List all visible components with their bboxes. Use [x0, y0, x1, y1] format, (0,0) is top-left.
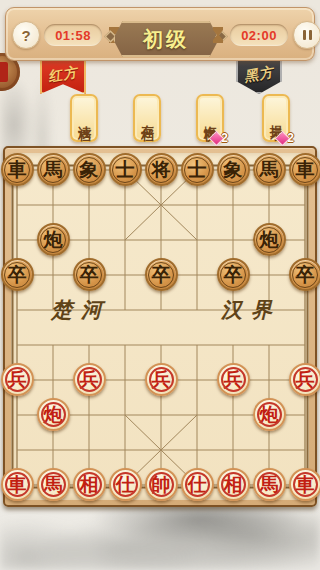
board-point-g0[interactable]: 相	[215, 467, 251, 502]
board-point-e8[interactable]	[143, 187, 179, 222]
black-piece-c[interactable]: 炮	[37, 223, 70, 256]
black-side-label: 黑方	[243, 64, 276, 87]
help-button[interactable]: ?	[12, 21, 40, 49]
board-point-b6[interactable]	[35, 257, 71, 292]
red-piece-n[interactable]: 馬	[37, 468, 70, 501]
board-point-d2[interactable]	[107, 397, 143, 432]
board-point-e0[interactable]: 帥	[143, 467, 179, 502]
board-point-a1[interactable]	[0, 432, 35, 467]
board-point-g2[interactable]	[215, 397, 251, 432]
board-point-i6[interactable]: 卒	[287, 257, 320, 292]
board-point-h6[interactable]	[251, 257, 287, 292]
board-point-c9[interactable]: 象	[71, 152, 107, 187]
red-piece-p[interactable]: 兵	[145, 363, 178, 396]
toolbar-button-4[interactable]: 提示2	[262, 94, 290, 142]
red-timer: 01:58	[44, 24, 102, 46]
board-point-a4[interactable]	[0, 327, 35, 362]
pause-icon	[303, 30, 306, 40]
board-point-g1[interactable]	[215, 432, 251, 467]
black-piece-p[interactable]: 卒	[217, 258, 250, 291]
board-point-f8[interactable]	[179, 187, 215, 222]
black-piece-p[interactable]: 卒	[145, 258, 178, 291]
difficulty-label: 初级	[143, 26, 189, 53]
board-point-f5[interactable]	[179, 292, 215, 327]
board-point-e4[interactable]	[143, 327, 179, 362]
board-point-d7[interactable]	[107, 222, 143, 257]
board-point-b5[interactable]	[35, 292, 71, 327]
board-point-b3[interactable]	[35, 362, 71, 397]
board-point-c1[interactable]	[71, 432, 107, 467]
board-point-a9[interactable]: 車	[0, 152, 35, 187]
board-point-e2[interactable]	[143, 397, 179, 432]
board-point-c6[interactable]: 卒	[71, 257, 107, 292]
board-point-c7[interactable]	[71, 222, 107, 257]
black-piece-b[interactable]: 象	[73, 153, 106, 186]
board-point-h0[interactable]: 馬	[251, 467, 287, 502]
board-point-e6[interactable]: 卒	[143, 257, 179, 292]
black-piece-a[interactable]: 士	[109, 153, 142, 186]
black-piece-p[interactable]: 卒	[289, 258, 320, 291]
red-piece-a[interactable]: 仕	[181, 468, 214, 501]
black-piece-r[interactable]: 車	[1, 153, 34, 186]
board-point-a2[interactable]	[0, 397, 35, 432]
board-point-h2[interactable]: 炮	[251, 397, 287, 432]
remaining-count-badge: 2	[277, 131, 294, 145]
board-point-c8[interactable]	[71, 187, 107, 222]
red-piece-k[interactable]: 帥	[145, 468, 178, 501]
board-point-f9[interactable]: 士	[179, 152, 215, 187]
red-piece-c[interactable]: 炮	[37, 398, 70, 431]
board-point-g9[interactable]: 象	[215, 152, 251, 187]
board-point-d1[interactable]	[107, 432, 143, 467]
board-point-i4[interactable]	[287, 327, 320, 362]
board-point-f3[interactable]	[179, 362, 215, 397]
board-point-e3[interactable]: 兵	[143, 362, 179, 397]
board-point-h1[interactable]	[251, 432, 287, 467]
board-point-g3[interactable]: 兵	[215, 362, 251, 397]
board-point-a6[interactable]: 卒	[0, 257, 35, 292]
board-point-a5[interactable]	[0, 292, 35, 327]
black-piece-p[interactable]: 卒	[1, 258, 34, 291]
board-point-b1[interactable]	[35, 432, 71, 467]
board-point-i9[interactable]: 車	[287, 152, 320, 187]
board-point-h9[interactable]: 馬	[251, 152, 287, 187]
board-point-e9[interactable]: 将	[143, 152, 179, 187]
hourglass-icon	[211, 26, 225, 44]
red-piece-r[interactable]: 車	[1, 468, 34, 501]
red-piece-c[interactable]: 炮	[253, 398, 286, 431]
board-point-g8[interactable]	[215, 187, 251, 222]
black-piece-b[interactable]: 象	[217, 153, 250, 186]
board-point-f0[interactable]: 仕	[179, 467, 215, 502]
board-point-c0[interactable]: 相	[71, 467, 107, 502]
black-piece-a[interactable]: 士	[181, 153, 214, 186]
red-piece-n[interactable]: 馬	[253, 468, 286, 501]
black-piece-k[interactable]: 将	[145, 153, 178, 186]
board-point-d3[interactable]	[107, 362, 143, 397]
board-point-e1[interactable]	[143, 432, 179, 467]
ink-wash-decoration-bottom	[0, 498, 320, 570]
board-point-h3[interactable]	[251, 362, 287, 397]
toolbar-button-label: 读档	[75, 115, 93, 121]
difficulty-plaque: 初级	[113, 21, 219, 57]
red-piece-p[interactable]: 兵	[73, 363, 106, 396]
question-icon: ?	[21, 27, 30, 44]
top-bar: ? 01:58 初级 02:00	[5, 7, 315, 61]
red-piece-r[interactable]: 車	[289, 468, 320, 501]
board-point-h5[interactable]	[251, 292, 287, 327]
board-point-b2[interactable]: 炮	[35, 397, 71, 432]
board-point-a3[interactable]: 兵	[0, 362, 35, 397]
toolbar: 读档存档悔棋2提示2	[0, 94, 320, 142]
board-point-a0[interactable]: 車	[0, 467, 35, 502]
board-point-b7[interactable]: 炮	[35, 222, 71, 257]
black-piece-n[interactable]: 馬	[253, 153, 286, 186]
board-point-e7[interactable]	[143, 222, 179, 257]
red-piece-p[interactable]: 兵	[289, 363, 320, 396]
board-point-a7[interactable]	[0, 222, 35, 257]
board-point-i3[interactable]: 兵	[287, 362, 320, 397]
black-piece-p[interactable]: 卒	[73, 258, 106, 291]
board-point-d6[interactable]	[107, 257, 143, 292]
board-point-g6[interactable]: 卒	[215, 257, 251, 292]
board-point-i7[interactable]	[287, 222, 320, 257]
board-point-f7[interactable]	[179, 222, 215, 257]
board-point-b9[interactable]: 馬	[35, 152, 71, 187]
board-point-h7[interactable]: 炮	[251, 222, 287, 257]
board-point-d0[interactable]: 仕	[107, 467, 143, 502]
board-point-c3[interactable]: 兵	[71, 362, 107, 397]
red-piece-b[interactable]: 相	[73, 468, 106, 501]
red-piece-p[interactable]: 兵	[217, 363, 250, 396]
red-side-label: 红方	[47, 64, 80, 87]
board-point-c5[interactable]	[71, 292, 107, 327]
board-point-g5[interactable]	[215, 292, 251, 327]
board-point-i0[interactable]: 車	[287, 467, 320, 502]
board-point-a8[interactable]	[0, 187, 35, 222]
remaining-count-badge: 2	[211, 131, 228, 145]
board-point-d8[interactable]	[107, 187, 143, 222]
red-piece-p[interactable]: 兵	[1, 363, 34, 396]
board-point-i2[interactable]	[287, 397, 320, 432]
board-point-f1[interactable]	[179, 432, 215, 467]
board-point-d4[interactable]	[107, 327, 143, 362]
board-point-h4[interactable]	[251, 327, 287, 362]
pause-button[interactable]	[293, 21, 320, 49]
toolbar-button-2[interactable]: 存档	[133, 94, 161, 142]
board-point-g4[interactable]	[215, 327, 251, 362]
toolbar-button-label: 悔棋	[201, 115, 219, 121]
board-point-b0[interactable]: 馬	[35, 467, 71, 502]
board-point-h8[interactable]	[251, 187, 287, 222]
board-point-e5[interactable]	[143, 292, 179, 327]
black-piece-n[interactable]: 馬	[37, 153, 70, 186]
board-point-f2[interactable]	[179, 397, 215, 432]
board-point-b8[interactable]	[35, 187, 71, 222]
black-piece-c[interactable]: 炮	[253, 223, 286, 256]
board-grid: 車馬象士将士象馬車炮炮卒卒卒卒卒兵兵兵兵兵炮炮車馬相仕帥仕相馬車	[0, 152, 320, 502]
xiangqi-game-screen: 红方 黑方 ? 01:58 初级 02:00 读档存档悔棋2提示2 楚河 汉界 …	[0, 0, 320, 570]
board-point-g7[interactable]	[215, 222, 251, 257]
toolbar-button-label: 存档	[138, 115, 156, 121]
board-point-b4[interactable]	[35, 327, 71, 362]
pause-icon	[309, 30, 312, 40]
board-point-d5[interactable]	[107, 292, 143, 327]
board-point-f6[interactable]	[179, 257, 215, 292]
board-point-f4[interactable]	[179, 327, 215, 362]
board-point-i8[interactable]	[287, 187, 320, 222]
red-piece-a[interactable]: 仕	[109, 468, 142, 501]
black-piece-r[interactable]: 車	[289, 153, 320, 186]
toolbar-button-1[interactable]: 读档	[70, 94, 98, 142]
board-point-c4[interactable]	[71, 327, 107, 362]
board-point-i5[interactable]	[287, 292, 320, 327]
toolbar-button-label: 提示	[267, 115, 285, 121]
board-point-d9[interactable]: 士	[107, 152, 143, 187]
board-point-i1[interactable]	[287, 432, 320, 467]
xiangqi-board: 楚河 汉界 車馬象士将士象馬車炮炮卒卒卒卒卒兵兵兵兵兵炮炮車馬相仕帥仕相馬車	[3, 146, 317, 507]
black-timer: 02:00	[230, 24, 288, 46]
board-field: 楚河 汉界 車馬象士将士象馬車炮炮卒卒卒卒卒兵兵兵兵兵炮炮車馬相仕帥仕相馬車	[11, 153, 309, 500]
board-point-c2[interactable]	[71, 397, 107, 432]
red-piece-b[interactable]: 相	[217, 468, 250, 501]
toolbar-button-3[interactable]: 悔棋2	[196, 94, 224, 142]
